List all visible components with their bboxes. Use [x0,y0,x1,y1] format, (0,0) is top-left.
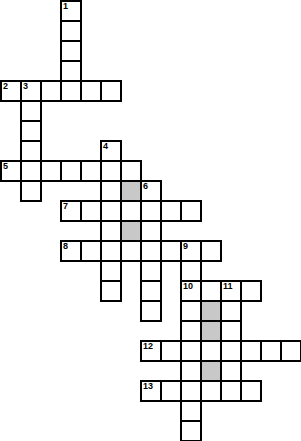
crossword-cell[interactable] [140,300,162,322]
clue-number: 2 [3,82,8,91]
crossword-cell[interactable] [100,180,122,202]
crossword-cell[interactable]: 1 [60,0,82,22]
crossword-cell[interactable] [140,240,162,262]
crossword-grid: 12345678910111213 [0,0,301,441]
crossword-cell[interactable] [220,300,242,322]
crossword-cell[interactable] [220,360,242,382]
crossword-cell[interactable] [20,160,42,182]
crossword-cell[interactable]: 7 [60,200,82,222]
crossword-cell[interactable] [20,180,42,202]
crossword-cell[interactable] [180,200,202,222]
crossword-cell[interactable] [200,240,222,262]
crossword-cell[interactable] [100,260,122,282]
crossword-cell[interactable] [140,200,162,222]
crossword-cell[interactable] [120,200,142,222]
crossword-cell[interactable]: 6 [140,180,162,202]
crossword-cell[interactable] [240,340,262,362]
crossword-cell[interactable] [80,240,102,262]
crossword-cell[interactable]: 12 [140,340,162,362]
crossword-cell[interactable] [220,320,242,342]
crossword-cell[interactable] [140,280,162,302]
clue-number: 13 [143,382,153,391]
crossword-cell[interactable] [20,140,42,162]
crossword-cell[interactable] [60,20,82,42]
crossword-cell[interactable] [60,40,82,62]
crossword-cell[interactable] [60,80,82,102]
crossword-cell[interactable] [160,240,182,262]
crossword-cell[interactable]: 13 [140,380,162,402]
crossword-cell[interactable]: 2 [0,80,22,102]
crossword-cell[interactable] [20,100,42,122]
crossword-cell[interactable] [80,80,102,102]
crossword-cell[interactable]: 3 [20,80,42,102]
crossword-cell[interactable] [180,360,202,382]
crossword-cell[interactable] [260,340,282,362]
crossword-cell[interactable] [180,420,202,441]
crossword-cell[interactable] [100,160,122,182]
crossword-cell[interactable] [200,380,222,402]
crossword-cell[interactable] [80,200,102,222]
crossword-cell[interactable] [240,280,262,302]
crossword-cell[interactable] [180,400,202,422]
crossword-cell[interactable] [140,260,162,282]
clue-number: 8 [63,242,68,251]
crossword-cell[interactable] [160,200,182,222]
crossword-cell[interactable] [60,60,82,82]
crossword-cell[interactable] [180,380,202,402]
crossword-cell[interactable]: 9 [180,240,202,262]
crossword-cell[interactable] [160,380,182,402]
crossword-cell[interactable] [40,80,62,102]
crossword-cell[interactable] [200,340,222,362]
clue-number: 6 [143,182,148,191]
crossword-cell[interactable] [120,240,142,262]
crossword-cell[interactable]: 5 [0,160,22,182]
crossword-cell[interactable] [160,340,182,362]
shaded-cell[interactable] [200,320,222,342]
crossword-cell[interactable] [80,160,102,182]
crossword-cell[interactable] [240,380,262,402]
clue-number: 11 [223,282,233,291]
shaded-cell[interactable] [200,300,222,322]
crossword-cell[interactable] [100,280,122,302]
crossword-cell[interactable] [100,220,122,242]
crossword-cell[interactable] [100,240,122,262]
clue-number: 5 [3,162,8,171]
crossword-cell[interactable] [180,260,202,282]
crossword-cell[interactable] [280,340,301,362]
shaded-cell[interactable] [120,220,142,242]
crossword-cell[interactable]: 4 [100,140,122,162]
clue-number: 1 [63,2,68,11]
crossword-cell[interactable] [40,160,62,182]
shaded-cell[interactable] [200,360,222,382]
crossword-cell[interactable] [180,320,202,342]
clue-number: 7 [63,202,68,211]
crossword-cell[interactable] [100,200,122,222]
clue-number: 3 [23,82,28,91]
crossword-cell[interactable] [100,80,122,102]
crossword-cell[interactable] [200,280,222,302]
clue-number: 12 [143,342,153,351]
crossword-cell[interactable] [220,380,242,402]
crossword-cell[interactable] [180,340,202,362]
clue-number: 4 [103,142,108,151]
shaded-cell[interactable] [120,180,142,202]
crossword-cell[interactable] [120,160,142,182]
clue-number: 10 [183,282,193,291]
crossword-cell[interactable]: 10 [180,280,202,302]
clue-number: 9 [183,242,188,251]
crossword-cell[interactable] [220,340,242,362]
crossword-cell[interactable] [60,160,82,182]
crossword-cell[interactable]: 11 [220,280,242,302]
crossword-cell[interactable] [20,120,42,142]
crossword-cell[interactable] [180,300,202,322]
crossword-cell[interactable]: 8 [60,240,82,262]
crossword-cell[interactable] [140,220,162,242]
